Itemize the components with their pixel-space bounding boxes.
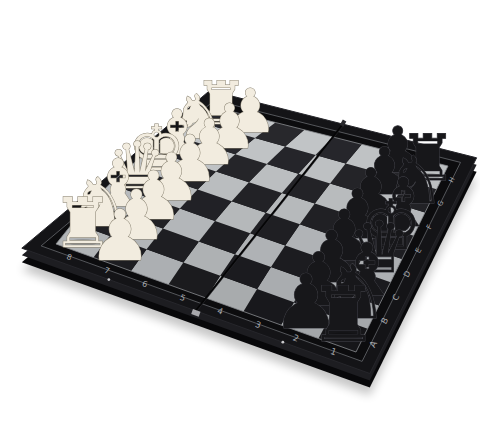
white-pawn-a7: ♟ xyxy=(89,195,152,277)
black-rook-a1: ♜ xyxy=(309,270,377,359)
clasp-pin xyxy=(107,278,110,281)
chess-board: 12345678ABCDEFGH♜♟♞♟♝♟♚♟♜♟♛♟♟♞♝♟♟♝♞♟♟♜♚♟… xyxy=(0,0,480,429)
product-photo: 12345678ABCDEFGH♜♟♞♟♝♟♚♟♜♟♛♟♟♞♝♟♟♝♞♟♟♜♚♟… xyxy=(0,0,480,429)
chess-board-svg: 12345678ABCDEFGH♜♟♞♟♝♟♚♟♜♟♛♟♟♞♝♟♟♝♞♟♟♜♚♟… xyxy=(0,0,480,429)
